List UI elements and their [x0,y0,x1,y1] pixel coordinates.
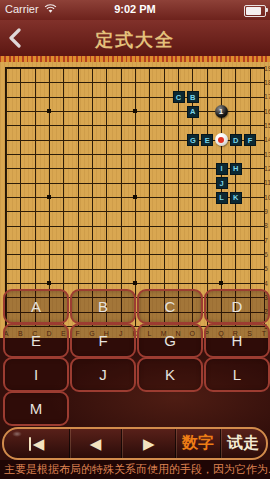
grid-line [6,211,264,212]
move-option-K[interactable]: K [230,192,242,204]
move-option-I[interactable]: I [216,163,228,175]
star-point [47,109,51,113]
previous-move-button[interactable]: ◀ [69,429,121,458]
key-D[interactable]: D [204,289,270,324]
star-point [133,195,137,199]
row-coordinate-label: 10 [264,194,270,201]
grid-line [6,226,264,227]
status-bar: Carrier 9:02 PM [0,0,270,20]
grid-line [178,68,179,326]
row-coordinate-label: 18 [264,79,270,86]
row-coordinate-label: 6 [264,251,270,258]
stone-black-Q16[interactable]: 1 [215,105,228,118]
grid-line [207,68,208,326]
key-B[interactable]: B [70,289,136,324]
nav-bar: 定式大全 [0,20,270,56]
star-point [47,281,51,285]
row-coordinate-label: 19 [264,65,270,72]
key-H[interactable]: H [204,323,270,358]
last-move-marker [218,137,224,143]
key-J[interactable]: J [70,357,136,392]
move-option-D[interactable]: D [230,134,242,146]
key-M[interactable]: M [3,391,69,426]
move-option-J[interactable]: J [216,177,228,189]
row-coordinate-label: 5 [264,265,270,272]
row-coordinate-label: 17 [264,93,270,100]
star-point [47,195,51,199]
stone-white-Q14[interactable] [215,133,228,146]
control-bar: ◀◀▶数字试走 [2,427,268,460]
key-L[interactable]: L [204,357,270,392]
key-E[interactable]: E [3,323,69,358]
move-option-B[interactable]: B [187,91,199,103]
battery-icon [244,5,266,17]
row-coordinate-label: 16 [264,108,270,115]
first-move-bar [29,437,32,451]
move-option-L[interactable]: L [216,192,228,204]
row-coordinate-label: 14 [264,136,270,143]
key-A[interactable]: A [3,289,69,324]
move-option-G[interactable]: G [187,134,199,146]
key-G[interactable]: G [137,323,203,358]
key-K[interactable]: K [137,357,203,392]
page-title: 定式大全 [0,28,270,52]
app-screen: Carrier 9:02 PM 定式大全 1918171615141312111… [0,0,270,479]
star-point [133,281,137,285]
next-move-button[interactable]: ▶ [121,429,175,458]
row-coordinate-label: 11 [264,179,270,186]
toggle-numbers-button[interactable]: 数字 [175,429,219,458]
trial-play-button[interactable]: 试走 [220,429,266,458]
row-coordinate-label: 13 [264,151,270,158]
grid-line [6,240,264,241]
row-coordinate-label: 9 [264,208,270,215]
grid-line [250,68,251,326]
key-I[interactable]: I [3,357,69,392]
row-coordinate-label: 12 [264,165,270,172]
key-C[interactable]: C [137,289,203,324]
row-coordinate-label: 7 [264,237,270,244]
grid-line [149,68,150,326]
row-coordinate-label: 8 [264,222,270,229]
grid-line [6,269,264,270]
row-coordinate-label: 4 [264,280,270,287]
star-point [219,281,223,285]
first-move-button[interactable]: ◀ [4,429,69,458]
key-F[interactable]: F [70,323,136,358]
star-point [133,109,137,113]
move-option-A[interactable]: A [187,106,199,118]
clock: 9:02 PM [0,3,270,15]
move-option-F[interactable]: F [244,134,256,146]
grid-line [164,68,165,326]
move-option-C[interactable]: C [173,91,185,103]
description-text: 主要是根据布局的特殊关系而使用的手段，因为它作为... [0,460,270,479]
move-option-E[interactable]: E [201,134,213,146]
grid-line [6,254,264,255]
row-coordinate-label: 15 [264,122,270,129]
move-option-H[interactable]: H [230,163,242,175]
